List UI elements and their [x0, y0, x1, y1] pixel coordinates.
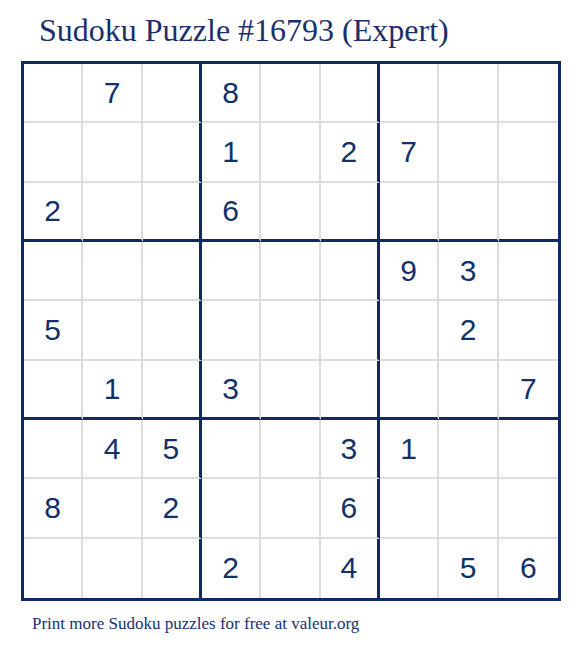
cell-r1c8: [439, 64, 498, 123]
cell-r4c9: [499, 242, 558, 301]
cell-r6c8: [439, 361, 498, 420]
page-title: Sudoku Puzzle #16793 (Expert): [39, 11, 449, 49]
cell-r9c3: [143, 539, 202, 598]
cell-r8c5: [261, 479, 320, 538]
footer-text: Print more Sudoku puzzles for free at va…: [32, 613, 359, 635]
cell-r2c1: [24, 123, 83, 182]
cell-r1c3: [143, 64, 202, 123]
cell-r9c2: [83, 539, 142, 598]
cell-r7c1: [24, 420, 83, 479]
cell-r8c2: [83, 479, 142, 538]
cell-r3c7: [380, 183, 439, 242]
cell-r6c3: [143, 361, 202, 420]
cell-r8c7: [380, 479, 439, 538]
cell-r4c6: [321, 242, 380, 301]
cell-r2c8: [439, 123, 498, 182]
cell-r9c8: 5: [439, 539, 498, 598]
cell-r6c7: [380, 361, 439, 420]
cell-r7c7: 1: [380, 420, 439, 479]
cell-r8c3: 2: [143, 479, 202, 538]
cell-r5c6: [321, 301, 380, 360]
cell-r3c1: 2: [24, 183, 83, 242]
cell-r9c7: [380, 539, 439, 598]
cell-r7c2: 4: [83, 420, 142, 479]
cell-r5c8: 2: [439, 301, 498, 360]
cell-r3c9: [499, 183, 558, 242]
cell-r7c6: 3: [321, 420, 380, 479]
cell-r2c2: [83, 123, 142, 182]
cell-r4c3: [143, 242, 202, 301]
cell-r4c1: [24, 242, 83, 301]
cell-r5c5: [261, 301, 320, 360]
cell-r1c7: [380, 64, 439, 123]
cell-r9c6: 4: [321, 539, 380, 598]
cell-r1c1: [24, 64, 83, 123]
cell-r8c9: [499, 479, 558, 538]
cell-r8c6: 6: [321, 479, 380, 538]
cell-r2c4: 1: [202, 123, 261, 182]
cell-r8c1: 8: [24, 479, 83, 538]
cell-r7c3: 5: [143, 420, 202, 479]
cell-r7c9: [499, 420, 558, 479]
cell-r3c4: 6: [202, 183, 261, 242]
cell-r6c1: [24, 361, 83, 420]
cell-r7c5: [261, 420, 320, 479]
cell-r1c4: 8: [202, 64, 261, 123]
cell-r4c4: [202, 242, 261, 301]
cell-r2c9: [499, 123, 558, 182]
cell-r5c3: [143, 301, 202, 360]
cell-r9c5: [261, 539, 320, 598]
cell-r2c7: 7: [380, 123, 439, 182]
cell-r9c9: 6: [499, 539, 558, 598]
cell-r7c8: [439, 420, 498, 479]
cell-r6c5: [261, 361, 320, 420]
cell-r6c9: 7: [499, 361, 558, 420]
cell-r1c9: [499, 64, 558, 123]
cell-r1c6: [321, 64, 380, 123]
cell-r5c4: [202, 301, 261, 360]
cell-r4c5: [261, 242, 320, 301]
cell-r2c5: [261, 123, 320, 182]
cell-r7c4: [202, 420, 261, 479]
cell-r4c8: 3: [439, 242, 498, 301]
cell-r9c4: 2: [202, 539, 261, 598]
cell-r3c6: [321, 183, 380, 242]
cell-r4c2: [83, 242, 142, 301]
cell-r8c4: [202, 479, 261, 538]
cell-r6c4: 3: [202, 361, 261, 420]
cell-r5c1: 5: [24, 301, 83, 360]
cell-r3c2: [83, 183, 142, 242]
cell-r1c2: 7: [83, 64, 142, 123]
cell-r1c5: [261, 64, 320, 123]
cell-r3c3: [143, 183, 202, 242]
cell-r2c3: [143, 123, 202, 182]
cell-r6c2: 1: [83, 361, 142, 420]
cell-r4c7: 9: [380, 242, 439, 301]
cell-r8c8: [439, 479, 498, 538]
cell-r3c8: [439, 183, 498, 242]
cell-r5c7: [380, 301, 439, 360]
cell-r5c9: [499, 301, 558, 360]
cell-r6c6: [321, 361, 380, 420]
cell-r3c5: [261, 183, 320, 242]
cell-r2c6: 2: [321, 123, 380, 182]
cell-r5c2: [83, 301, 142, 360]
cell-r9c1: [24, 539, 83, 598]
sudoku-grid: 7812726935213745318262456: [21, 61, 561, 601]
